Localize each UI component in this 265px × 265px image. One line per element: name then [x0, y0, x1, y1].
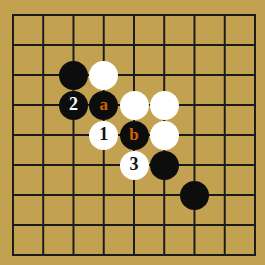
stone-white[interactable] [150, 91, 179, 120]
stone-black[interactable]: b [120, 121, 149, 150]
stone-label: b [129, 126, 138, 143]
stone-black[interactable] [150, 151, 179, 180]
stone-white[interactable] [89, 61, 118, 90]
go-board[interactable]: 2a1b3 [0, 0, 265, 265]
stone-black[interactable] [59, 61, 88, 90]
stone-black[interactable] [180, 181, 209, 210]
stone-white[interactable]: 3 [120, 151, 149, 180]
stone-label: 1 [99, 125, 108, 143]
stone-black[interactable]: 2 [59, 91, 88, 120]
stones-layer: 2a1b3 [0, 0, 265, 265]
stone-label: 2 [69, 95, 78, 113]
stone-label: a [100, 96, 109, 113]
stone-white[interactable] [150, 121, 179, 150]
stone-white[interactable] [120, 91, 149, 120]
stone-label: 3 [130, 155, 139, 173]
stone-white[interactable]: 1 [89, 121, 118, 150]
stone-black[interactable]: a [89, 91, 118, 120]
